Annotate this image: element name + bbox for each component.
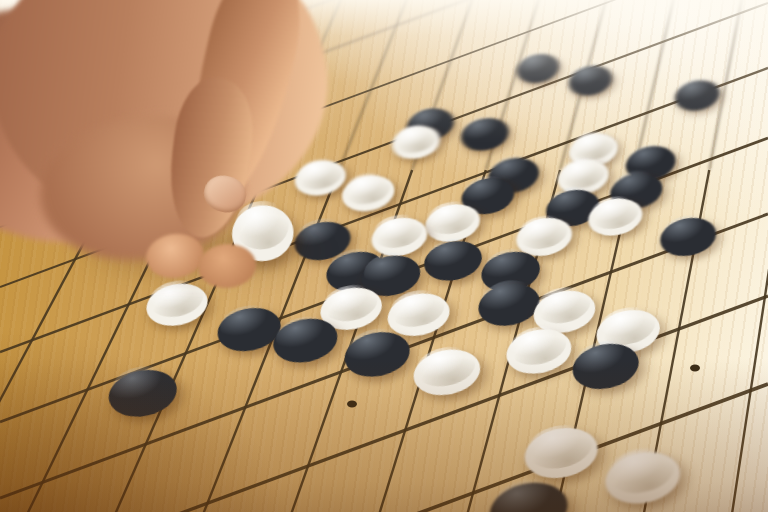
black-stone: ● [513, 47, 561, 84]
black-stone: ● [269, 309, 342, 365]
white-stone: ● [584, 190, 646, 237]
go-board-photo: ●●●●●●●●●●●●●●●●●●●●●●●●●●●●●●●●●●●●●●●●… [0, 0, 768, 512]
white-stone: ● [389, 119, 444, 161]
black-stone: ● [565, 59, 614, 97]
stones-layer: ●●●●●●●●●●●●●●●●●●●●●●●●●●●●●●●●●●●●●●●●… [0, 0, 768, 512]
black-stone: ● [103, 358, 180, 417]
black-stone: ● [263, 69, 313, 107]
white-stone: ● [408, 339, 484, 397]
black-stone: ● [484, 471, 572, 512]
black-stone: ● [457, 110, 511, 151]
black-stone: ● [672, 74, 722, 113]
white-stone: ● [141, 273, 210, 326]
black-stone: ● [655, 209, 718, 257]
white-stone: ● [598, 439, 683, 504]
black-stone: ● [567, 333, 642, 390]
